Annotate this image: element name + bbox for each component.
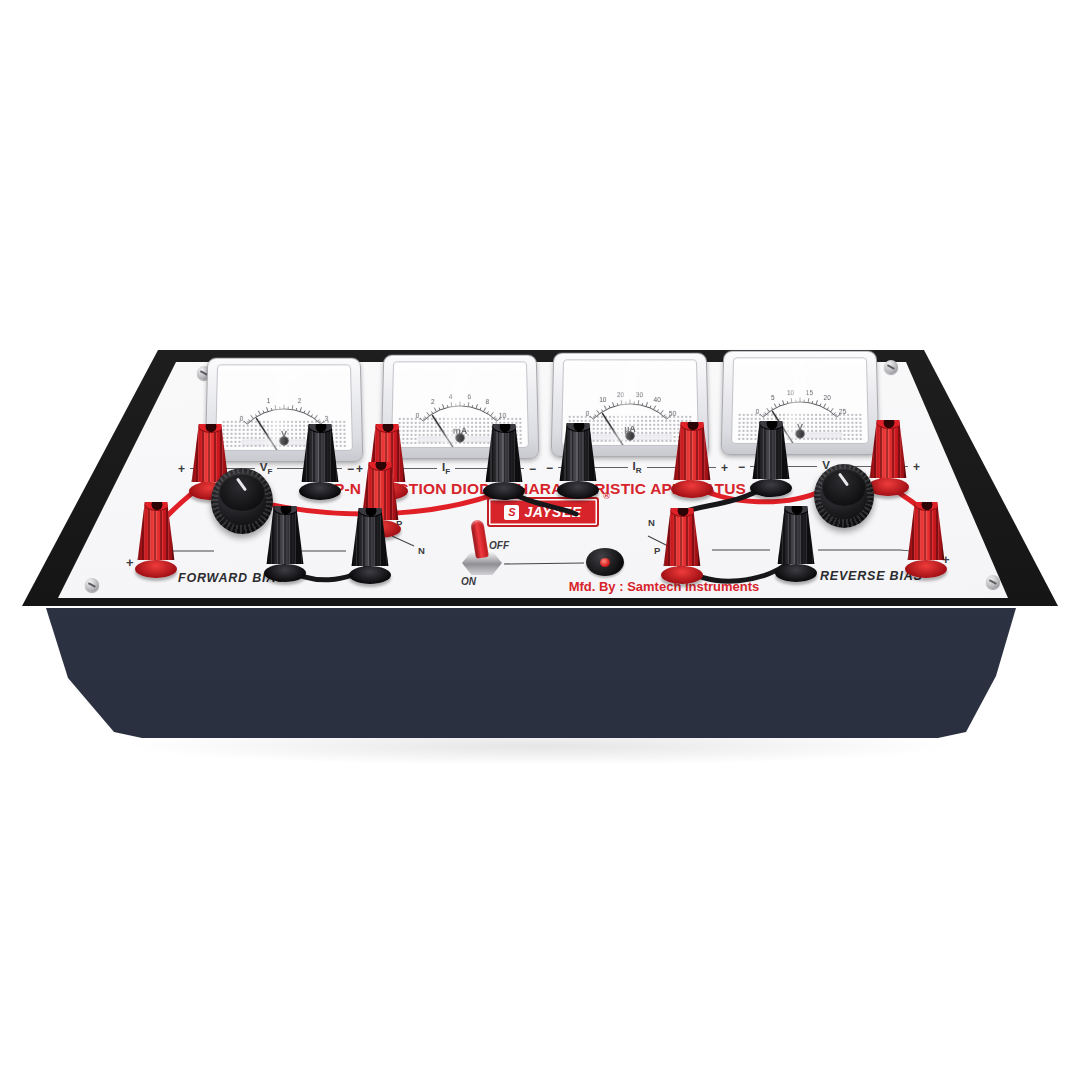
reverse-bias-knob[interactable]	[814, 464, 874, 528]
reverse-diode-n-label: N	[648, 517, 655, 528]
polarity-plus: +	[721, 461, 728, 475]
binding-post-red-ir-plus[interactable]	[672, 422, 712, 500]
scale-number: 50	[669, 409, 677, 416]
polarity-minus: −	[546, 461, 553, 475]
polarity-minus: −	[347, 462, 354, 476]
scale-number: 15	[806, 389, 814, 396]
binding-post-black-forward-n[interactable]	[350, 508, 390, 586]
scale-number: 30	[636, 391, 644, 398]
brand-name: JAYSEE	[524, 504, 581, 520]
polarity-minus: −	[738, 460, 745, 474]
binding-post-black-vf-minus[interactable]	[300, 424, 340, 502]
scale-number: 10	[499, 411, 507, 418]
binding-post-red-forward-supply[interactable]	[136, 502, 176, 580]
on-label: ON	[461, 576, 476, 587]
panel-screw	[85, 578, 99, 592]
terminal-label-ir: IR	[633, 460, 642, 475]
meter-unit-label: V	[797, 422, 803, 432]
binding-post-black-reverse-p[interactable]	[776, 506, 816, 584]
forward-bias-knob[interactable]	[211, 468, 273, 534]
scale-number: 5	[771, 395, 775, 402]
binding-post-black-vr-minus[interactable]	[751, 421, 791, 499]
scale-number: 10	[599, 397, 607, 404]
scale-number: 20	[617, 391, 625, 398]
scale-number: 0	[240, 414, 244, 421]
zero-adjust-screw	[280, 437, 289, 445]
panel-screw	[986, 575, 1000, 589]
scale-number: 6	[468, 393, 472, 400]
meter-needle	[432, 415, 459, 447]
meter-unit-label: µA	[624, 424, 636, 434]
off-label: OFF	[489, 540, 509, 551]
meter-needle	[256, 418, 283, 450]
power-indicator-led	[586, 548, 624, 576]
binding-post-red-vr-plus[interactable]	[868, 420, 908, 498]
polarity-minus: −	[529, 462, 536, 476]
binding-post-black-if-minus[interactable]	[484, 424, 524, 502]
scale-number: 2	[298, 397, 302, 404]
scale-number: 0	[416, 411, 420, 418]
scale-number: 1	[267, 397, 271, 404]
binding-post-red-reverse-supply[interactable]	[906, 502, 946, 580]
zero-adjust-screw	[796, 430, 805, 438]
meter-unit-label: mA	[453, 426, 468, 436]
scale-number: 0	[586, 409, 590, 416]
logo-monogram-icon: S	[504, 505, 519, 520]
scale-number: 2	[431, 399, 435, 406]
scale-number: 10	[787, 389, 795, 396]
scale-number: 8	[485, 399, 489, 406]
scale-number: 20	[824, 395, 832, 402]
zero-adjust-screw	[456, 434, 465, 442]
forward-diode-n-label: N	[418, 545, 425, 556]
panel-screw	[884, 360, 898, 374]
zero-adjust-screw	[626, 432, 635, 440]
reverse-diode-p-label: P	[654, 545, 660, 556]
terminal-label-if: IF	[442, 461, 450, 476]
binding-post-black-ir-minus[interactable]	[558, 423, 598, 501]
binding-post-red-reverse-n[interactable]	[662, 508, 702, 586]
binding-post-black-forward-p[interactable]	[265, 506, 305, 584]
product-photo: 0 1 2 3 V 0 2 4 6 8 10 mA	[0, 0, 1080, 1080]
scale-number: 0	[756, 407, 760, 414]
polarity-plus: +	[178, 462, 185, 476]
scale-number: 3	[325, 414, 329, 421]
analog-meter-vr: 0 5 10 15 20 25 V	[721, 351, 880, 455]
meter-needle	[602, 413, 629, 445]
scale-number: 4	[449, 393, 453, 400]
meter-unit-label: V	[281, 429, 287, 439]
scale-number: 25	[839, 407, 847, 414]
scale-number: 40	[654, 397, 662, 404]
forward-plus-mark: +	[126, 555, 134, 570]
terminal-label-vf: VF	[260, 461, 273, 476]
registered-trademark: ®	[603, 491, 610, 501]
polarity-plus: +	[913, 460, 920, 474]
